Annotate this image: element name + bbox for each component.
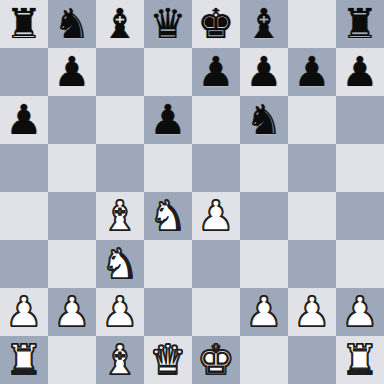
square-c1[interactable]: ♝ — [96, 336, 144, 384]
black-bishop[interactable]: ♝ — [102, 0, 139, 48]
white-rook[interactable]: ♜ — [6, 336, 43, 384]
square-h7[interactable]: ♟ — [336, 48, 384, 96]
square-c2[interactable]: ♟ — [96, 288, 144, 336]
white-pawn[interactable]: ♟ — [294, 288, 331, 336]
square-h5[interactable] — [336, 144, 384, 192]
square-d1[interactable]: ♛ — [144, 336, 192, 384]
square-c4[interactable]: ♝ — [96, 192, 144, 240]
chess-board: ♜♞♝♛♚♝♜♟♟♟♟♟♟♟♞♝♞♟♞♟♟♟♟♟♟♜♝♛♚♜ — [0, 0, 384, 384]
white-king[interactable]: ♚ — [198, 336, 235, 384]
square-f1[interactable] — [240, 336, 288, 384]
black-king[interactable]: ♚ — [198, 0, 235, 48]
square-a1[interactable]: ♜ — [0, 336, 48, 384]
square-g7[interactable]: ♟ — [288, 48, 336, 96]
square-a3[interactable] — [0, 240, 48, 288]
black-queen[interactable]: ♛ — [150, 0, 187, 48]
square-e2[interactable] — [192, 288, 240, 336]
square-c8[interactable]: ♝ — [96, 0, 144, 48]
square-b6[interactable] — [48, 96, 96, 144]
square-h8[interactable]: ♜ — [336, 0, 384, 48]
square-f2[interactable]: ♟ — [240, 288, 288, 336]
square-h2[interactable]: ♟ — [336, 288, 384, 336]
square-h6[interactable] — [336, 96, 384, 144]
square-e1[interactable]: ♚ — [192, 336, 240, 384]
square-f4[interactable] — [240, 192, 288, 240]
white-queen[interactable]: ♛ — [150, 336, 187, 384]
black-knight[interactable]: ♞ — [54, 0, 91, 48]
white-bishop[interactable]: ♝ — [102, 336, 139, 384]
white-pawn[interactable]: ♟ — [102, 288, 139, 336]
square-d4[interactable]: ♞ — [144, 192, 192, 240]
square-b1[interactable] — [48, 336, 96, 384]
white-rook[interactable]: ♜ — [342, 336, 379, 384]
square-e3[interactable] — [192, 240, 240, 288]
square-c3[interactable]: ♞ — [96, 240, 144, 288]
black-rook[interactable]: ♜ — [342, 0, 379, 48]
square-d3[interactable] — [144, 240, 192, 288]
square-f8[interactable]: ♝ — [240, 0, 288, 48]
square-g3[interactable] — [288, 240, 336, 288]
white-pawn[interactable]: ♟ — [342, 288, 379, 336]
white-pawn[interactable]: ♟ — [198, 192, 235, 240]
black-knight[interactable]: ♞ — [246, 96, 283, 144]
black-pawn[interactable]: ♟ — [150, 96, 187, 144]
white-pawn[interactable]: ♟ — [54, 288, 91, 336]
square-f3[interactable] — [240, 240, 288, 288]
square-h4[interactable] — [336, 192, 384, 240]
square-f7[interactable]: ♟ — [240, 48, 288, 96]
square-d8[interactable]: ♛ — [144, 0, 192, 48]
square-d5[interactable] — [144, 144, 192, 192]
square-d6[interactable]: ♟ — [144, 96, 192, 144]
square-c6[interactable] — [96, 96, 144, 144]
square-e7[interactable]: ♟ — [192, 48, 240, 96]
square-d2[interactable] — [144, 288, 192, 336]
square-b7[interactable]: ♟ — [48, 48, 96, 96]
white-bishop[interactable]: ♝ — [102, 192, 139, 240]
square-h1[interactable]: ♜ — [336, 336, 384, 384]
square-g4[interactable] — [288, 192, 336, 240]
white-knight[interactable]: ♞ — [150, 192, 187, 240]
square-a8[interactable]: ♜ — [0, 0, 48, 48]
square-g8[interactable] — [288, 0, 336, 48]
square-e8[interactable]: ♚ — [192, 0, 240, 48]
square-b8[interactable]: ♞ — [48, 0, 96, 48]
square-e6[interactable] — [192, 96, 240, 144]
square-c5[interactable] — [96, 144, 144, 192]
square-h3[interactable] — [336, 240, 384, 288]
square-d7[interactable] — [144, 48, 192, 96]
square-b2[interactable]: ♟ — [48, 288, 96, 336]
white-knight[interactable]: ♞ — [102, 240, 139, 288]
square-f6[interactable]: ♞ — [240, 96, 288, 144]
square-g5[interactable] — [288, 144, 336, 192]
black-pawn[interactable]: ♟ — [246, 48, 283, 96]
square-g1[interactable] — [288, 336, 336, 384]
white-pawn[interactable]: ♟ — [246, 288, 283, 336]
square-a4[interactable] — [0, 192, 48, 240]
white-pawn[interactable]: ♟ — [6, 288, 43, 336]
black-pawn[interactable]: ♟ — [198, 48, 235, 96]
square-b4[interactable] — [48, 192, 96, 240]
black-pawn[interactable]: ♟ — [294, 48, 331, 96]
black-rook[interactable]: ♜ — [6, 0, 43, 48]
square-f5[interactable] — [240, 144, 288, 192]
square-e5[interactable] — [192, 144, 240, 192]
square-a2[interactable]: ♟ — [0, 288, 48, 336]
square-b5[interactable] — [48, 144, 96, 192]
square-a7[interactable] — [0, 48, 48, 96]
black-pawn[interactable]: ♟ — [6, 96, 43, 144]
square-b3[interactable] — [48, 240, 96, 288]
black-pawn[interactable]: ♟ — [54, 48, 91, 96]
black-bishop[interactable]: ♝ — [246, 0, 283, 48]
black-pawn[interactable]: ♟ — [342, 48, 379, 96]
square-e4[interactable]: ♟ — [192, 192, 240, 240]
square-a5[interactable] — [0, 144, 48, 192]
square-c7[interactable] — [96, 48, 144, 96]
square-g2[interactable]: ♟ — [288, 288, 336, 336]
square-g6[interactable] — [288, 96, 336, 144]
square-a6[interactable]: ♟ — [0, 96, 48, 144]
